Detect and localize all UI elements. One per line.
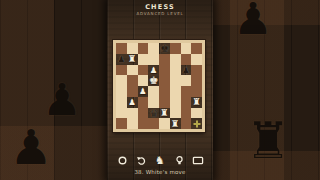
square-f5[interactable] [159,86,170,97]
black-queen[interactable]: ♛ [148,108,159,119]
decor-pawn: ♟ [9,123,52,171]
square-c8[interactable] [138,43,149,54]
square-e5[interactable] [148,86,159,97]
chess-board-frame: ♚♟♜♟♟♚♟♟♜♛♜♜ [113,40,205,132]
square-c4[interactable] [138,97,149,108]
app-subtitle: ADVANCED LEVEL [107,11,213,16]
white-rook[interactable]: ♜ [191,97,202,108]
square-c2[interactable] [181,118,192,129]
square-a5[interactable] [181,75,192,86]
square-f4[interactable] [170,97,181,108]
square-b6[interactable] [170,65,181,76]
white-rook[interactable]: ♜ [127,54,138,65]
decor-rook: ♜ [246,116,291,166]
square-g7[interactable] [127,65,138,76]
square-f8[interactable] [181,43,192,54]
square-b4[interactable] [116,97,127,108]
square-d5[interactable] [127,86,138,97]
square-f7[interactable] [116,65,127,76]
square-d8[interactable] [148,43,159,54]
square-h4[interactable] [116,108,127,119]
white-rook[interactable]: ♜ [170,118,181,129]
square-b8[interactable] [127,43,138,54]
square-b3[interactable] [138,108,149,119]
square-a6[interactable] [159,65,170,76]
square-b7[interactable] [159,54,170,65]
square-g3[interactable] [127,118,138,129]
white-pawn[interactable]: ♟ [138,86,149,97]
square-d7[interactable] [181,54,192,65]
white-pawn[interactable]: ♟ [127,97,138,108]
app-title: CHESS [107,3,213,11]
black-pawn[interactable]: ♟ [181,65,192,76]
white-rook[interactable]: ♜ [159,108,170,119]
square-e7[interactable] [191,54,202,65]
decor-pawn: ♟ [233,0,272,41]
decor-pawn: ♟ [42,78,81,122]
square-a4[interactable] [191,86,202,97]
square-h6[interactable] [170,75,181,86]
black-king[interactable]: ♚ [159,43,170,54]
square-h3[interactable] [138,118,149,129]
marker-cross-h1 [191,118,202,129]
square-d4[interactable] [148,97,159,108]
square-a3[interactable] [127,108,138,119]
square-b2[interactable] [159,118,170,129]
square-h5[interactable] [181,86,192,97]
square-g4[interactable] [181,97,192,108]
app-screen: CHESS ADVANCED LEVEL ♚♟♜♟♟♚♟♟♜♛♜♜ ♞ [107,0,213,180]
square-e6[interactable] [127,75,138,86]
square-f3[interactable] [116,118,127,129]
black-pawn[interactable]: ♟ [116,54,127,65]
square-f6[interactable] [138,75,149,86]
square-c3[interactable] [170,108,181,119]
video-frame: ♟♟♟♜ CHESS ADVANCED LEVEL ♚♟♜♟♟♚♟♟♜♛♜♜ ♞ [0,0,320,180]
white-king[interactable]: ♚ [148,75,159,86]
square-b5[interactable] [191,75,202,86]
square-a8[interactable] [116,43,127,54]
square-a2[interactable] [148,118,159,129]
square-d3[interactable] [181,108,192,119]
square-g6[interactable] [159,75,170,86]
board-icon[interactable] [192,154,204,166]
square-h8[interactable] [138,54,149,65]
square-c6[interactable] [191,65,202,76]
knight-icon[interactable]: ♞ [154,154,166,166]
square-c7[interactable] [170,54,181,65]
square-h7[interactable] [138,65,149,76]
square-a7[interactable] [148,54,159,65]
chess-board[interactable]: ♚♟♜♟♟♚♟♟♜♛♜♜ [116,43,202,129]
square-g8[interactable] [191,43,202,54]
square-e3[interactable] [191,108,202,119]
bottom-toolbar: ♞ [116,153,204,167]
square-e8[interactable] [170,43,181,54]
hint-icon[interactable] [173,154,185,166]
square-c5[interactable] [116,86,127,97]
square-e4[interactable] [159,97,170,108]
undo-icon[interactable] [135,154,147,166]
restart-icon[interactable] [116,154,128,166]
square-g5[interactable] [170,86,181,97]
square-d6[interactable] [116,75,127,86]
move-status-label: 38. White's move [107,169,213,175]
